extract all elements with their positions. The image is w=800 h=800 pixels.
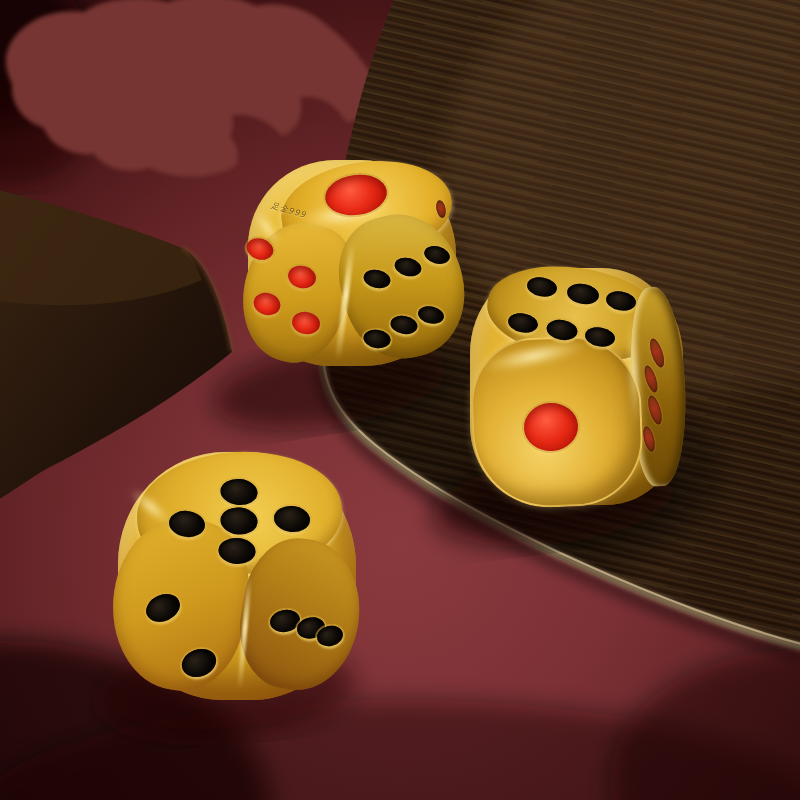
pip-black [272,504,311,534]
pip-red [291,309,322,336]
pip-black [362,328,391,350]
pip-slit [641,425,657,453]
pip-red [522,401,579,453]
pip-black [218,537,257,566]
pip-black [393,255,424,279]
pip-slit [642,365,660,395]
die-1-pips [248,160,456,366]
pip-black [220,506,260,537]
pip-black [507,311,540,335]
pip-black [220,477,260,507]
pip-black [565,281,600,306]
pip-black [178,644,220,681]
die-3 [118,452,356,700]
die-2-pips [470,268,683,505]
pip-black [605,289,638,313]
dice-photo-scene: 足金999 [0,0,800,800]
pip-red [286,263,318,291]
pip-red [323,171,390,219]
die-1: 足金999 [248,160,456,366]
pip-black [584,325,617,349]
pip-black [362,268,392,291]
pip-black [167,509,206,540]
pip-slit [646,394,665,426]
die-2 [470,268,683,505]
pip-black [417,303,446,325]
pip-red [244,234,276,262]
pip-black [142,589,185,627]
die-3-pips [118,452,356,700]
pip-black [422,243,452,267]
pip-slit [648,337,668,369]
pip-black [389,314,419,336]
pip-slit [435,200,448,219]
pip-red [251,290,283,319]
pip-black [545,317,579,342]
pip-black [526,275,559,299]
